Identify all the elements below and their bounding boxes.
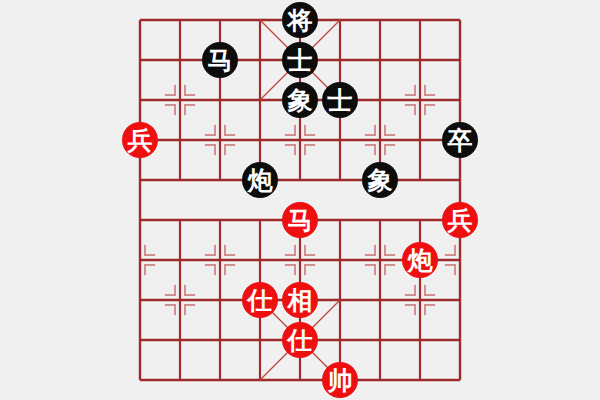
red-horse[interactable]: 马 xyxy=(282,202,318,238)
xiangqi-board[interactable]: 将马士象士兵卒炮象马兵炮仕相仕帅 xyxy=(120,0,480,400)
red-advisor[interactable]: 仕 xyxy=(282,322,318,358)
red-king[interactable]: 帅 xyxy=(322,362,358,398)
black-elephant[interactable]: 象 xyxy=(282,82,318,118)
red-soldier[interactable]: 兵 xyxy=(442,202,478,238)
black-elephant[interactable]: 象 xyxy=(362,162,398,198)
black-cannon[interactable]: 炮 xyxy=(242,162,278,198)
red-elephant[interactable]: 相 xyxy=(282,282,318,318)
black-advisor[interactable]: 士 xyxy=(282,42,318,78)
black-general[interactable]: 将 xyxy=(282,2,318,38)
red-advisor[interactable]: 仕 xyxy=(242,282,278,318)
black-horse[interactable]: 马 xyxy=(202,42,238,78)
red-soldier[interactable]: 兵 xyxy=(122,122,158,158)
red-cannon[interactable]: 炮 xyxy=(402,242,438,278)
xiangqi-app: 将马士象士兵卒炮象马兵炮仕相仕帅 xyxy=(0,0,600,400)
black-advisor[interactable]: 士 xyxy=(322,82,358,118)
black-soldier[interactable]: 卒 xyxy=(442,122,478,158)
